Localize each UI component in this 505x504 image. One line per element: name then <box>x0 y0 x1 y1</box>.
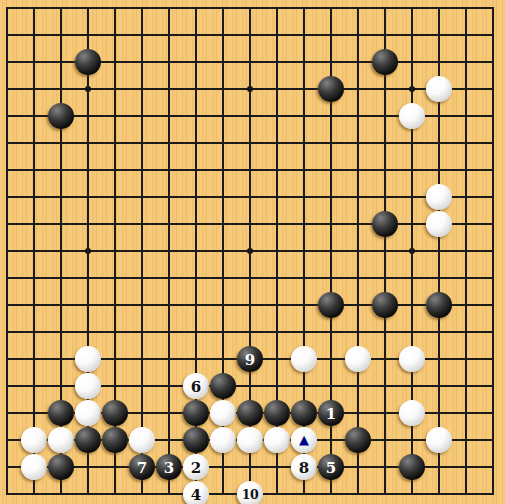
board-intersection[interactable] <box>48 400 75 427</box>
board-intersection[interactable] <box>291 481 318 504</box>
board-intersection[interactable] <box>0 265 21 292</box>
board-intersection[interactable] <box>372 292 399 319</box>
board-intersection[interactable] <box>426 49 453 76</box>
board-intersection[interactable] <box>129 346 156 373</box>
board-intersection[interactable] <box>21 49 48 76</box>
board-intersection[interactable] <box>183 49 210 76</box>
board-intersection[interactable] <box>291 400 318 427</box>
board-intersection[interactable] <box>75 22 102 49</box>
board-intersection[interactable] <box>75 184 102 211</box>
board-intersection[interactable] <box>237 238 264 265</box>
board-intersection[interactable] <box>426 157 453 184</box>
board-intersection[interactable] <box>156 76 183 103</box>
board-intersection[interactable]: ▲ <box>291 427 318 454</box>
board-intersection[interactable] <box>0 22 21 49</box>
board-intersection[interactable] <box>264 265 291 292</box>
board-intersection[interactable] <box>156 292 183 319</box>
board-intersection[interactable] <box>156 238 183 265</box>
board-intersection[interactable] <box>48 427 75 454</box>
board-intersection[interactable] <box>156 184 183 211</box>
board-intersection[interactable] <box>399 184 426 211</box>
board-intersection[interactable] <box>102 481 129 504</box>
board-intersection[interactable] <box>129 292 156 319</box>
board-intersection[interactable] <box>129 238 156 265</box>
board-intersection[interactable] <box>183 0 210 22</box>
board-intersection[interactable] <box>345 454 372 481</box>
board-intersection[interactable] <box>75 49 102 76</box>
board-intersection[interactable] <box>156 346 183 373</box>
board-intersection[interactable] <box>291 265 318 292</box>
board-intersection[interactable] <box>237 157 264 184</box>
board-intersection[interactable] <box>75 103 102 130</box>
board-intersection[interactable] <box>210 454 237 481</box>
board-intersection[interactable] <box>318 184 345 211</box>
board-intersection[interactable] <box>399 49 426 76</box>
board-intersection[interactable] <box>183 103 210 130</box>
board-intersection[interactable] <box>129 157 156 184</box>
board-intersection[interactable] <box>318 49 345 76</box>
board-intersection[interactable] <box>48 103 75 130</box>
board-intersection[interactable] <box>102 292 129 319</box>
board-intersection[interactable] <box>264 130 291 157</box>
board-intersection[interactable] <box>399 400 426 427</box>
board-intersection[interactable] <box>318 103 345 130</box>
board-intersection[interactable] <box>21 319 48 346</box>
board-intersection[interactable] <box>426 427 453 454</box>
board-intersection[interactable] <box>345 265 372 292</box>
board-intersection[interactable] <box>480 454 505 481</box>
board-intersection[interactable] <box>102 130 129 157</box>
board-intersection[interactable] <box>75 454 102 481</box>
board-intersection[interactable] <box>75 157 102 184</box>
board-intersection[interactable] <box>345 103 372 130</box>
board-intersection[interactable] <box>156 481 183 504</box>
board-intersection[interactable] <box>21 292 48 319</box>
board-intersection[interactable] <box>264 76 291 103</box>
board-intersection[interactable] <box>129 76 156 103</box>
board-intersection[interactable] <box>183 265 210 292</box>
board-intersection[interactable] <box>129 400 156 427</box>
board-intersection[interactable] <box>372 319 399 346</box>
board-intersection[interactable] <box>21 76 48 103</box>
board-intersection[interactable] <box>318 130 345 157</box>
board-intersection[interactable] <box>102 373 129 400</box>
board-intersection[interactable] <box>102 346 129 373</box>
board-intersection[interactable] <box>399 238 426 265</box>
board-intersection[interactable] <box>48 265 75 292</box>
board-intersection[interactable] <box>48 319 75 346</box>
board-intersection[interactable] <box>75 346 102 373</box>
board-intersection[interactable] <box>183 184 210 211</box>
board-intersection[interactable] <box>372 22 399 49</box>
board-intersection[interactable] <box>237 184 264 211</box>
board-intersection[interactable] <box>318 22 345 49</box>
board-intersection[interactable] <box>183 400 210 427</box>
board-intersection[interactable] <box>453 130 480 157</box>
board-intersection[interactable]: 4 <box>183 481 210 504</box>
board-intersection[interactable]: 3 <box>156 454 183 481</box>
board-intersection[interactable] <box>21 130 48 157</box>
board-intersection[interactable] <box>48 346 75 373</box>
board-intersection[interactable] <box>318 292 345 319</box>
board-intersection[interactable] <box>237 103 264 130</box>
board-intersection[interactable] <box>453 238 480 265</box>
board-intersection[interactable] <box>480 400 505 427</box>
board-intersection[interactable] <box>210 157 237 184</box>
board-intersection[interactable] <box>264 0 291 22</box>
board-intersection[interactable] <box>291 346 318 373</box>
board-intersection[interactable]: 2 <box>183 454 210 481</box>
board-intersection[interactable] <box>426 211 453 238</box>
board-intersection[interactable] <box>237 292 264 319</box>
board-intersection[interactable] <box>75 427 102 454</box>
board-intersection[interactable] <box>237 373 264 400</box>
board-intersection[interactable] <box>480 76 505 103</box>
board-intersection[interactable] <box>480 0 505 22</box>
board-intersection[interactable] <box>291 373 318 400</box>
board-intersection[interactable] <box>480 157 505 184</box>
board-intersection[interactable] <box>48 49 75 76</box>
board-intersection[interactable] <box>210 427 237 454</box>
board-intersection[interactable] <box>237 454 264 481</box>
board-intersection[interactable] <box>102 454 129 481</box>
board-intersection[interactable] <box>291 103 318 130</box>
board-intersection[interactable] <box>426 373 453 400</box>
board-intersection[interactable] <box>21 400 48 427</box>
board-intersection[interactable] <box>426 76 453 103</box>
board-intersection[interactable] <box>0 400 21 427</box>
board-intersection[interactable] <box>480 292 505 319</box>
board-intersection[interactable] <box>426 319 453 346</box>
board-intersection[interactable] <box>183 76 210 103</box>
board-intersection[interactable] <box>129 184 156 211</box>
board-intersection[interactable] <box>48 481 75 504</box>
board-intersection[interactable] <box>75 130 102 157</box>
board-intersection[interactable] <box>426 265 453 292</box>
board-intersection[interactable] <box>102 157 129 184</box>
board-intersection[interactable] <box>264 211 291 238</box>
board-intersection[interactable] <box>345 211 372 238</box>
board-intersection[interactable] <box>372 400 399 427</box>
board-intersection[interactable] <box>210 211 237 238</box>
board-intersection[interactable] <box>318 157 345 184</box>
board-intersection[interactable]: 6 <box>183 373 210 400</box>
board-intersection[interactable]: 10 <box>237 481 264 504</box>
board-intersection[interactable] <box>156 373 183 400</box>
board-intersection[interactable] <box>480 238 505 265</box>
board-intersection[interactable] <box>48 454 75 481</box>
board-intersection[interactable] <box>480 346 505 373</box>
board-intersection[interactable] <box>426 292 453 319</box>
board-intersection[interactable] <box>102 211 129 238</box>
board-intersection[interactable] <box>480 481 505 504</box>
board-intersection[interactable] <box>453 454 480 481</box>
board-intersection[interactable] <box>318 0 345 22</box>
board-intersection[interactable] <box>237 76 264 103</box>
board-intersection[interactable] <box>48 0 75 22</box>
board-intersection[interactable] <box>399 157 426 184</box>
board-intersection[interactable] <box>264 157 291 184</box>
board-intersection[interactable] <box>345 0 372 22</box>
board-intersection[interactable] <box>237 319 264 346</box>
board-intersection[interactable] <box>399 427 426 454</box>
board-intersection[interactable] <box>345 49 372 76</box>
board-intersection[interactable] <box>264 373 291 400</box>
board-intersection[interactable] <box>291 211 318 238</box>
board-intersection[interactable] <box>75 373 102 400</box>
board-intersection[interactable] <box>372 157 399 184</box>
board-intersection[interactable] <box>264 22 291 49</box>
board-intersection[interactable] <box>129 0 156 22</box>
board-intersection[interactable] <box>426 400 453 427</box>
board-intersection[interactable] <box>129 211 156 238</box>
board-intersection[interactable] <box>453 400 480 427</box>
board-intersection[interactable] <box>48 76 75 103</box>
board-intersection[interactable] <box>237 0 264 22</box>
board-intersection[interactable] <box>453 346 480 373</box>
board-intersection[interactable] <box>399 454 426 481</box>
board-intersection[interactable] <box>480 265 505 292</box>
board-intersection[interactable] <box>102 22 129 49</box>
board-intersection[interactable] <box>345 76 372 103</box>
board-intersection[interactable] <box>75 481 102 504</box>
board-intersection[interactable] <box>480 184 505 211</box>
board-intersection[interactable] <box>102 319 129 346</box>
board-intersection[interactable] <box>156 0 183 22</box>
board-intersection[interactable] <box>21 265 48 292</box>
board-intersection[interactable] <box>183 427 210 454</box>
board-intersection[interactable] <box>399 481 426 504</box>
board-intersection[interactable] <box>264 103 291 130</box>
board-intersection[interactable] <box>264 292 291 319</box>
board-intersection[interactable] <box>0 292 21 319</box>
board-intersection[interactable] <box>0 454 21 481</box>
board-intersection[interactable] <box>345 481 372 504</box>
board-intersection[interactable] <box>399 373 426 400</box>
board-intersection[interactable] <box>156 211 183 238</box>
board-intersection[interactable] <box>480 130 505 157</box>
board-intersection[interactable]: 9 <box>237 346 264 373</box>
board-intersection[interactable] <box>210 76 237 103</box>
board-intersection[interactable] <box>480 373 505 400</box>
board-intersection[interactable] <box>129 373 156 400</box>
board-intersection[interactable] <box>291 238 318 265</box>
board-intersection[interactable] <box>372 481 399 504</box>
board-intersection[interactable] <box>102 265 129 292</box>
board-intersection[interactable] <box>75 319 102 346</box>
board-intersection[interactable] <box>156 130 183 157</box>
board-intersection[interactable] <box>345 292 372 319</box>
board-intersection[interactable] <box>453 184 480 211</box>
board-intersection[interactable] <box>237 211 264 238</box>
board-intersection[interactable] <box>102 49 129 76</box>
board-intersection[interactable] <box>156 319 183 346</box>
board-intersection[interactable] <box>318 346 345 373</box>
board-intersection[interactable] <box>345 319 372 346</box>
board-intersection[interactable] <box>399 103 426 130</box>
board-intersection[interactable] <box>210 481 237 504</box>
board-intersection[interactable] <box>399 319 426 346</box>
board-intersection[interactable] <box>372 184 399 211</box>
board-intersection[interactable] <box>453 22 480 49</box>
board-intersection[interactable] <box>345 130 372 157</box>
board-intersection[interactable]: 7 <box>129 454 156 481</box>
board-intersection[interactable] <box>291 292 318 319</box>
board-intersection[interactable] <box>453 211 480 238</box>
board-intersection[interactable] <box>48 184 75 211</box>
board-intersection[interactable] <box>21 427 48 454</box>
board-intersection[interactable] <box>453 103 480 130</box>
board-intersection[interactable] <box>183 238 210 265</box>
board-intersection[interactable] <box>264 481 291 504</box>
board-intersection[interactable] <box>210 103 237 130</box>
board-intersection[interactable] <box>345 157 372 184</box>
board-intersection[interactable] <box>102 0 129 22</box>
board-intersection[interactable] <box>399 211 426 238</box>
board-intersection[interactable]: 1 <box>318 400 345 427</box>
board-intersection[interactable] <box>21 211 48 238</box>
board-intersection[interactable] <box>210 49 237 76</box>
board-intersection[interactable] <box>210 265 237 292</box>
board-intersection[interactable] <box>372 265 399 292</box>
board-intersection[interactable] <box>156 157 183 184</box>
board-intersection[interactable] <box>48 157 75 184</box>
board-intersection[interactable] <box>0 0 21 22</box>
board-intersection[interactable] <box>399 265 426 292</box>
board-intersection[interactable] <box>210 130 237 157</box>
board-intersection[interactable] <box>75 238 102 265</box>
board-intersection[interactable] <box>0 373 21 400</box>
board-intersection[interactable] <box>291 76 318 103</box>
board-intersection[interactable] <box>75 292 102 319</box>
board-intersection[interactable] <box>48 292 75 319</box>
board-intersection[interactable] <box>156 400 183 427</box>
board-intersection[interactable] <box>21 22 48 49</box>
board-intersection[interactable] <box>264 454 291 481</box>
board-intersection[interactable] <box>237 400 264 427</box>
board-intersection[interactable] <box>480 22 505 49</box>
board-intersection[interactable] <box>453 76 480 103</box>
board-intersection[interactable] <box>129 265 156 292</box>
board-intersection[interactable] <box>183 346 210 373</box>
board-intersection[interactable] <box>399 130 426 157</box>
board-intersection[interactable] <box>426 130 453 157</box>
board-intersection[interactable] <box>129 22 156 49</box>
board-intersection[interactable] <box>426 0 453 22</box>
board-intersection[interactable] <box>480 211 505 238</box>
board-intersection[interactable] <box>0 103 21 130</box>
board-intersection[interactable] <box>453 49 480 76</box>
board-intersection[interactable] <box>0 427 21 454</box>
board-intersection[interactable] <box>183 130 210 157</box>
board-intersection[interactable] <box>21 103 48 130</box>
board-intersection[interactable] <box>21 346 48 373</box>
board-intersection[interactable] <box>75 265 102 292</box>
board-intersection[interactable] <box>291 49 318 76</box>
board-intersection[interactable] <box>21 238 48 265</box>
board-intersection[interactable] <box>183 157 210 184</box>
board-intersection[interactable] <box>480 103 505 130</box>
board-intersection[interactable] <box>318 265 345 292</box>
board-intersection[interactable] <box>426 481 453 504</box>
board-intersection[interactable] <box>129 49 156 76</box>
board-intersection[interactable] <box>345 373 372 400</box>
board-intersection[interactable] <box>264 184 291 211</box>
board-intersection[interactable] <box>291 22 318 49</box>
board-intersection[interactable] <box>345 346 372 373</box>
board-intersection[interactable] <box>21 157 48 184</box>
board-intersection[interactable] <box>453 157 480 184</box>
board-intersection[interactable] <box>183 22 210 49</box>
board-intersection[interactable] <box>156 22 183 49</box>
board-intersection[interactable] <box>399 346 426 373</box>
board-intersection[interactable] <box>210 184 237 211</box>
board-intersection[interactable]: 5 <box>318 454 345 481</box>
board-intersection[interactable] <box>426 454 453 481</box>
board-intersection[interactable] <box>183 319 210 346</box>
board-intersection[interactable] <box>426 184 453 211</box>
board-intersection[interactable] <box>426 238 453 265</box>
board-intersection[interactable] <box>0 157 21 184</box>
board-intersection[interactable] <box>0 346 21 373</box>
board-intersection[interactable] <box>102 238 129 265</box>
board-intersection[interactable] <box>0 184 21 211</box>
board-intersection[interactable] <box>102 400 129 427</box>
board-intersection[interactable] <box>453 481 480 504</box>
board-intersection[interactable] <box>129 319 156 346</box>
board-intersection[interactable] <box>372 427 399 454</box>
board-intersection[interactable] <box>129 427 156 454</box>
board-intersection[interactable] <box>453 427 480 454</box>
board-intersection[interactable] <box>453 292 480 319</box>
board-intersection[interactable] <box>129 481 156 504</box>
board-intersection[interactable] <box>426 103 453 130</box>
board-intersection[interactable] <box>102 103 129 130</box>
board-intersection[interactable] <box>264 427 291 454</box>
board-intersection[interactable] <box>75 400 102 427</box>
board-intersection[interactable] <box>345 22 372 49</box>
board-intersection[interactable] <box>264 400 291 427</box>
board-intersection[interactable] <box>291 319 318 346</box>
board-intersection[interactable] <box>48 130 75 157</box>
board-intersection[interactable] <box>291 0 318 22</box>
board-intersection[interactable] <box>237 427 264 454</box>
board-intersection[interactable] <box>372 0 399 22</box>
board-intersection[interactable] <box>264 319 291 346</box>
board-intersection[interactable] <box>237 22 264 49</box>
board-intersection[interactable] <box>372 346 399 373</box>
board-intersection[interactable] <box>156 103 183 130</box>
board-intersection[interactable] <box>210 0 237 22</box>
board-intersection[interactable] <box>183 211 210 238</box>
board-intersection[interactable] <box>480 49 505 76</box>
board-intersection[interactable] <box>21 454 48 481</box>
board-intersection[interactable] <box>453 0 480 22</box>
board-intersection[interactable] <box>237 49 264 76</box>
board-intersection[interactable] <box>48 238 75 265</box>
board-intersection[interactable] <box>399 76 426 103</box>
board-intersection[interactable] <box>0 481 21 504</box>
board-intersection[interactable] <box>372 103 399 130</box>
board-intersection[interactable] <box>291 157 318 184</box>
board-intersection[interactable] <box>237 130 264 157</box>
board-intersection[interactable] <box>0 319 21 346</box>
board-intersection[interactable] <box>48 211 75 238</box>
board-intersection[interactable] <box>237 265 264 292</box>
board-intersection[interactable] <box>156 427 183 454</box>
board-intersection[interactable] <box>129 103 156 130</box>
board-intersection[interactable] <box>75 0 102 22</box>
